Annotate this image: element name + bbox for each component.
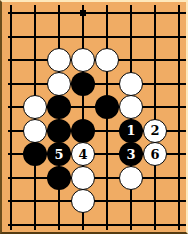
white-stone [23, 95, 47, 119]
move-number-label: 3 [126, 147, 135, 160]
move-number-label: 2 [150, 124, 159, 137]
grid-line-horizontal [8, 12, 186, 14]
move-number-label: 4 [78, 147, 87, 160]
move-3-black-stone: 3 [119, 142, 143, 166]
white-stone [119, 166, 143, 190]
black-stone [47, 119, 71, 143]
black-stone [71, 119, 95, 143]
black-stone [95, 95, 119, 119]
grid-line-horizontal [8, 36, 186, 38]
star-point-marker [80, 10, 86, 16]
white-stone [47, 48, 71, 72]
white-stone [119, 72, 143, 96]
move-1-black-stone: 1 [119, 119, 143, 143]
move-2-white-stone: 2 [143, 119, 167, 143]
white-stone [47, 72, 71, 96]
black-stone [47, 166, 71, 190]
grid-line-vertical [178, 5, 180, 230]
go-board-surface: 125436 [2, 2, 186, 232]
grid-line-vertical [154, 5, 156, 230]
black-stone [71, 72, 95, 96]
white-stone [71, 166, 95, 190]
white-stone [119, 95, 143, 119]
white-stone [23, 119, 47, 143]
white-stone [71, 48, 95, 72]
grid-line-vertical [10, 5, 12, 230]
white-stone [95, 48, 119, 72]
black-stone [47, 95, 71, 119]
move-6-white-stone: 6 [143, 142, 167, 166]
grid-line-horizontal [8, 200, 186, 202]
white-stone [71, 189, 95, 213]
move-number-label: 5 [54, 147, 63, 160]
grid-line-horizontal [8, 224, 186, 226]
move-5-black-stone: 5 [47, 142, 71, 166]
black-stone [23, 142, 47, 166]
move-4-white-stone: 4 [71, 142, 95, 166]
grid-line-horizontal [8, 177, 186, 179]
move-number-label: 6 [150, 147, 159, 160]
move-number-label: 1 [126, 124, 135, 137]
go-board-diagram: 125436 [0, 0, 188, 234]
grid-line-horizontal [8, 83, 186, 85]
